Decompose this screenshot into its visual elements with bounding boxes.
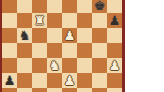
square-e3[interactable] (62, 58, 77, 73)
piece-white-pawn-e5[interactable]: ♟ (62, 28, 77, 43)
square-c2[interactable] (32, 73, 47, 88)
square-d1[interactable] (47, 88, 62, 92)
board-grid: ♚♜♟♞♟♞♟♟♟ (2, 0, 122, 92)
square-a7[interactable] (2, 0, 17, 13)
piece-black-knight-b5[interactable]: ♞ (17, 28, 32, 43)
piece-black-pawn-h6[interactable]: ♟ (107, 13, 122, 28)
square-g5[interactable] (92, 28, 107, 43)
square-a2[interactable]: ♟ (2, 73, 17, 88)
square-c3[interactable] (32, 58, 47, 73)
square-b7[interactable] (17, 0, 32, 13)
square-c1[interactable] (32, 88, 47, 92)
square-b5[interactable]: ♞ (17, 28, 32, 43)
square-b1[interactable] (17, 88, 32, 92)
square-h4[interactable] (107, 43, 122, 58)
piece-white-rook-c6[interactable]: ♜ (32, 13, 47, 28)
square-d5[interactable] (47, 28, 62, 43)
square-h6[interactable]: ♟ (107, 13, 122, 28)
square-c7[interactable] (32, 0, 47, 13)
square-f5[interactable] (77, 28, 92, 43)
square-g3[interactable] (92, 58, 107, 73)
square-c4[interactable] (32, 43, 47, 58)
square-b3[interactable] (17, 58, 32, 73)
piece-white-knight-d3[interactable]: ♞ (47, 58, 62, 73)
square-g1[interactable] (92, 88, 107, 92)
square-h7[interactable] (107, 0, 122, 13)
square-f3[interactable] (77, 58, 92, 73)
square-c5[interactable] (32, 28, 47, 43)
square-f4[interactable] (77, 43, 92, 58)
square-g7[interactable]: ♚ (92, 0, 107, 13)
square-b4[interactable] (17, 43, 32, 58)
square-d4[interactable] (47, 43, 62, 58)
square-f7[interactable] (77, 0, 92, 13)
square-a4[interactable] (2, 43, 17, 58)
square-e2[interactable]: ♟ (62, 73, 77, 88)
square-e5[interactable]: ♟ (62, 28, 77, 43)
square-d3[interactable]: ♞ (47, 58, 62, 73)
square-a3[interactable] (2, 58, 17, 73)
square-a5[interactable] (2, 28, 17, 43)
square-f2[interactable] (77, 73, 92, 88)
piece-black-pawn-a2[interactable]: ♟ (2, 73, 17, 88)
chess-board: ♚♜♟♞♟♞♟♟♟ (0, 0, 125, 92)
square-e4[interactable] (62, 43, 77, 58)
square-g4[interactable] (92, 43, 107, 58)
square-a6[interactable] (2, 13, 17, 28)
square-d6[interactable] (47, 13, 62, 28)
piece-black-king-g7[interactable]: ♚ (92, 0, 107, 13)
square-e6[interactable] (62, 13, 77, 28)
piece-white-pawn-e2[interactable]: ♟ (62, 73, 77, 88)
square-e1[interactable] (62, 88, 77, 92)
square-f6[interactable] (77, 13, 92, 28)
square-d7[interactable] (47, 0, 62, 13)
square-e7[interactable] (62, 0, 77, 13)
board-border-right (122, 0, 125, 92)
square-g2[interactable] (92, 73, 107, 88)
square-h2[interactable] (107, 73, 122, 88)
screenshot-canvas: ♚♜♟♞♟♞♟♟♟ (0, 0, 164, 92)
square-c6[interactable]: ♜ (32, 13, 47, 28)
square-f1[interactable] (77, 88, 92, 92)
square-d2[interactable] (47, 73, 62, 88)
square-b2[interactable] (17, 73, 32, 88)
square-b6[interactable] (17, 13, 32, 28)
square-a1[interactable] (2, 88, 17, 92)
square-h1[interactable] (107, 88, 122, 92)
piece-white-pawn-h3[interactable]: ♟ (107, 58, 122, 73)
square-h5[interactable] (107, 28, 122, 43)
square-g6[interactable] (92, 13, 107, 28)
square-h3[interactable]: ♟ (107, 58, 122, 73)
